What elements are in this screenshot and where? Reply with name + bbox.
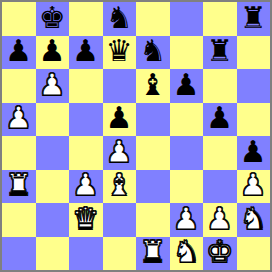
piece-white-queen[interactable]: ♛ bbox=[72, 204, 99, 234]
square-f2[interactable]: ♟ bbox=[170, 203, 204, 237]
square-h2[interactable]: ♞ bbox=[237, 203, 271, 237]
square-a7[interactable]: ♟ bbox=[2, 36, 36, 70]
square-e2[interactable] bbox=[136, 203, 170, 237]
square-b8[interactable]: ♚ bbox=[36, 2, 70, 36]
piece-black-pawn[interactable]: ♟ bbox=[240, 137, 267, 167]
piece-white-bishop[interactable]: ♝ bbox=[106, 170, 133, 200]
piece-black-pawn[interactable]: ♟ bbox=[39, 36, 66, 66]
square-g7[interactable]: ♜ bbox=[203, 36, 237, 70]
square-a4[interactable] bbox=[2, 136, 36, 170]
square-d7[interactable]: ♛ bbox=[103, 36, 137, 70]
square-c6[interactable] bbox=[69, 69, 103, 103]
piece-white-knight[interactable]: ♞ bbox=[240, 204, 267, 234]
square-b5[interactable] bbox=[36, 103, 70, 137]
square-d1[interactable] bbox=[103, 237, 137, 271]
piece-black-queen[interactable]: ♛ bbox=[106, 36, 133, 66]
piece-white-pawn[interactable]: ♟ bbox=[106, 137, 133, 167]
piece-white-king[interactable]: ♚ bbox=[206, 237, 233, 267]
square-c1[interactable] bbox=[69, 237, 103, 271]
square-g3[interactable] bbox=[203, 170, 237, 204]
piece-black-king[interactable]: ♚ bbox=[39, 3, 66, 33]
square-e6[interactable]: ♝ bbox=[136, 69, 170, 103]
square-c8[interactable] bbox=[69, 2, 103, 36]
square-d3[interactable]: ♝ bbox=[103, 170, 137, 204]
square-c3[interactable]: ♟ bbox=[69, 170, 103, 204]
piece-black-pawn[interactable]: ♟ bbox=[206, 103, 233, 133]
square-h6[interactable] bbox=[237, 69, 271, 103]
square-b3[interactable] bbox=[36, 170, 70, 204]
piece-white-rook[interactable]: ♜ bbox=[5, 170, 32, 200]
piece-black-pawn[interactable]: ♟ bbox=[72, 36, 99, 66]
square-f7[interactable] bbox=[170, 36, 204, 70]
square-b4[interactable] bbox=[36, 136, 70, 170]
piece-black-pawn[interactable]: ♟ bbox=[173, 70, 200, 100]
square-c7[interactable]: ♟ bbox=[69, 36, 103, 70]
square-a2[interactable] bbox=[2, 203, 36, 237]
square-d2[interactable] bbox=[103, 203, 137, 237]
piece-white-knight[interactable]: ♞ bbox=[173, 237, 200, 267]
square-g4[interactable] bbox=[203, 136, 237, 170]
square-b7[interactable]: ♟ bbox=[36, 36, 70, 70]
square-f5[interactable] bbox=[170, 103, 204, 137]
square-a8[interactable] bbox=[2, 2, 36, 36]
square-a1[interactable] bbox=[2, 237, 36, 271]
square-a6[interactable] bbox=[2, 69, 36, 103]
square-c2[interactable]: ♛ bbox=[69, 203, 103, 237]
square-g2[interactable]: ♟ bbox=[203, 203, 237, 237]
piece-white-pawn[interactable]: ♟ bbox=[173, 204, 200, 234]
square-e5[interactable] bbox=[136, 103, 170, 137]
square-c5[interactable] bbox=[69, 103, 103, 137]
square-g1[interactable]: ♚ bbox=[203, 237, 237, 271]
square-h5[interactable] bbox=[237, 103, 271, 137]
square-d8[interactable]: ♞ bbox=[103, 2, 137, 36]
chess-board: ♚♞♜♟♟♟♛♞♜♟♝♟♟♟♟♟♟♜♟♝♟♛♟♟♞♜♞♚ bbox=[2, 2, 270, 270]
piece-black-pawn[interactable]: ♟ bbox=[106, 103, 133, 133]
square-a3[interactable]: ♜ bbox=[2, 170, 36, 204]
square-d5[interactable]: ♟ bbox=[103, 103, 137, 137]
square-g8[interactable] bbox=[203, 2, 237, 36]
square-h7[interactable] bbox=[237, 36, 271, 70]
piece-black-rook[interactable]: ♜ bbox=[240, 3, 267, 33]
square-e4[interactable] bbox=[136, 136, 170, 170]
piece-white-rook[interactable]: ♜ bbox=[139, 237, 166, 267]
square-f8[interactable] bbox=[170, 2, 204, 36]
square-h4[interactable]: ♟ bbox=[237, 136, 271, 170]
square-b1[interactable] bbox=[36, 237, 70, 271]
square-d6[interactable] bbox=[103, 69, 137, 103]
square-b2[interactable] bbox=[36, 203, 70, 237]
square-a5[interactable]: ♟ bbox=[2, 103, 36, 137]
piece-white-pawn[interactable]: ♟ bbox=[240, 170, 267, 200]
piece-black-bishop[interactable]: ♝ bbox=[139, 70, 166, 100]
piece-white-pawn[interactable]: ♟ bbox=[5, 103, 32, 133]
square-h8[interactable]: ♜ bbox=[237, 2, 271, 36]
square-e3[interactable] bbox=[136, 170, 170, 204]
piece-black-knight[interactable]: ♞ bbox=[106, 3, 133, 33]
square-f4[interactable] bbox=[170, 136, 204, 170]
square-e1[interactable]: ♜ bbox=[136, 237, 170, 271]
square-h3[interactable]: ♟ bbox=[237, 170, 271, 204]
piece-black-pawn[interactable]: ♟ bbox=[5, 36, 32, 66]
piece-black-knight[interactable]: ♞ bbox=[139, 36, 166, 66]
piece-white-pawn[interactable]: ♟ bbox=[206, 204, 233, 234]
square-f1[interactable]: ♞ bbox=[170, 237, 204, 271]
square-h1[interactable] bbox=[237, 237, 271, 271]
piece-white-pawn[interactable]: ♟ bbox=[39, 70, 66, 100]
square-e7[interactable]: ♞ bbox=[136, 36, 170, 70]
square-g5[interactable]: ♟ bbox=[203, 103, 237, 137]
square-d4[interactable]: ♟ bbox=[103, 136, 137, 170]
square-g6[interactable] bbox=[203, 69, 237, 103]
square-f3[interactable] bbox=[170, 170, 204, 204]
piece-black-rook[interactable]: ♜ bbox=[206, 36, 233, 66]
square-e8[interactable] bbox=[136, 2, 170, 36]
square-f6[interactable]: ♟ bbox=[170, 69, 204, 103]
chess-board-frame: ♚♞♜♟♟♟♛♞♜♟♝♟♟♟♟♟♟♜♟♝♟♛♟♟♞♜♞♚ bbox=[0, 0, 272, 272]
square-b6[interactable]: ♟ bbox=[36, 69, 70, 103]
square-c4[interactable] bbox=[69, 136, 103, 170]
piece-white-pawn[interactable]: ♟ bbox=[72, 170, 99, 200]
